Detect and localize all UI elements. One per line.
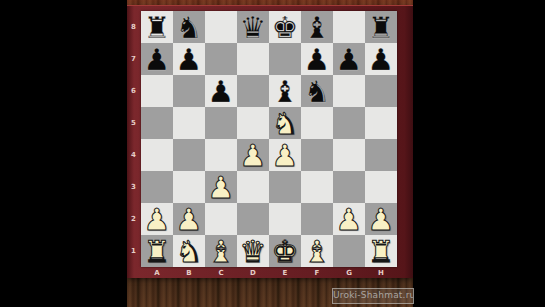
wood-background: ♜♞♛♚♝♜♟♟♟♟♟♟♝♞♞♟♟♟♟♟♟♟♜♞♝♛♚♝♜ 87654321 A… xyxy=(127,0,413,307)
black-queen: ♛ xyxy=(237,11,269,43)
square-g5[interactable] xyxy=(333,107,365,139)
square-b6[interactable] xyxy=(173,75,205,107)
black-knight: ♞ xyxy=(173,11,205,43)
square-b4[interactable] xyxy=(173,139,205,171)
square-d2[interactable] xyxy=(237,203,269,235)
square-b1[interactable]: ♞ xyxy=(173,235,205,267)
white-knight: ♞ xyxy=(269,107,301,139)
square-h7[interactable]: ♟ xyxy=(365,43,397,75)
video-frame: ♜♞♛♚♝♜♟♟♟♟♟♟♝♞♞♟♟♟♟♟♟♟♜♞♝♛♚♝♜ 87654321 A… xyxy=(0,0,545,307)
square-e3[interactable] xyxy=(269,171,301,203)
square-c8[interactable] xyxy=(205,11,237,43)
square-e4[interactable]: ♟ xyxy=(269,139,301,171)
black-pawn: ♟ xyxy=(365,43,397,75)
white-pawn: ♟ xyxy=(365,203,397,235)
black-knight: ♞ xyxy=(301,75,333,107)
square-b2[interactable]: ♟ xyxy=(173,203,205,235)
square-c4[interactable] xyxy=(205,139,237,171)
rank-label-7: 7 xyxy=(127,43,140,75)
letterbox-right xyxy=(413,0,545,307)
file-label-g: G xyxy=(333,268,365,278)
white-pawn: ♟ xyxy=(333,203,365,235)
white-rook: ♜ xyxy=(365,235,397,267)
white-pawn: ♟ xyxy=(141,203,173,235)
square-h8[interactable]: ♜ xyxy=(365,11,397,43)
square-c7[interactable] xyxy=(205,43,237,75)
square-b8[interactable]: ♞ xyxy=(173,11,205,43)
black-bishop: ♝ xyxy=(269,75,301,107)
file-label-f: F xyxy=(301,268,333,278)
square-h5[interactable] xyxy=(365,107,397,139)
square-a5[interactable] xyxy=(141,107,173,139)
square-b7[interactable]: ♟ xyxy=(173,43,205,75)
square-b3[interactable] xyxy=(173,171,205,203)
square-g3[interactable] xyxy=(333,171,365,203)
square-e7[interactable] xyxy=(269,43,301,75)
square-g2[interactable]: ♟ xyxy=(333,203,365,235)
square-g4[interactable] xyxy=(333,139,365,171)
square-h4[interactable] xyxy=(365,139,397,171)
file-label-d: D xyxy=(237,268,269,278)
black-pawn: ♟ xyxy=(301,43,333,75)
square-f4[interactable] xyxy=(301,139,333,171)
square-h2[interactable]: ♟ xyxy=(365,203,397,235)
square-a6[interactable] xyxy=(141,75,173,107)
white-king: ♚ xyxy=(269,235,301,267)
square-c2[interactable] xyxy=(205,203,237,235)
square-a1[interactable]: ♜ xyxy=(141,235,173,267)
black-pawn: ♟ xyxy=(205,75,237,107)
letterbox-left xyxy=(0,0,127,307)
square-a2[interactable]: ♟ xyxy=(141,203,173,235)
black-pawn: ♟ xyxy=(173,43,205,75)
square-h6[interactable] xyxy=(365,75,397,107)
watermark: Uroki-Shahmat.ru xyxy=(332,288,414,304)
rank-label-5: 5 xyxy=(127,107,140,139)
square-a4[interactable] xyxy=(141,139,173,171)
square-a3[interactable] xyxy=(141,171,173,203)
black-pawn: ♟ xyxy=(333,43,365,75)
square-c1[interactable]: ♝ xyxy=(205,235,237,267)
square-e5[interactable]: ♞ xyxy=(269,107,301,139)
square-b5[interactable] xyxy=(173,107,205,139)
black-pawn: ♟ xyxy=(141,43,173,75)
square-g1[interactable] xyxy=(333,235,365,267)
square-e1[interactable]: ♚ xyxy=(269,235,301,267)
file-label-a: A xyxy=(141,268,173,278)
square-d6[interactable] xyxy=(237,75,269,107)
square-a8[interactable]: ♜ xyxy=(141,11,173,43)
square-f5[interactable] xyxy=(301,107,333,139)
white-bishop: ♝ xyxy=(301,235,333,267)
file-label-c: C xyxy=(205,268,237,278)
black-rook: ♜ xyxy=(365,11,397,43)
square-f8[interactable]: ♝ xyxy=(301,11,333,43)
rank-label-2: 2 xyxy=(127,203,140,235)
square-g7[interactable]: ♟ xyxy=(333,43,365,75)
white-knight: ♞ xyxy=(173,235,205,267)
square-c6[interactable]: ♟ xyxy=(205,75,237,107)
rank-label-1: 1 xyxy=(127,235,140,267)
white-pawn: ♟ xyxy=(205,171,237,203)
black-rook: ♜ xyxy=(141,11,173,43)
square-d5[interactable] xyxy=(237,107,269,139)
rank-label-3: 3 xyxy=(127,171,140,203)
square-d4[interactable]: ♟ xyxy=(237,139,269,171)
file-label-h: H xyxy=(365,268,397,278)
square-a7[interactable]: ♟ xyxy=(141,43,173,75)
square-d1[interactable]: ♛ xyxy=(237,235,269,267)
rank-label-4: 4 xyxy=(127,139,140,171)
black-bishop: ♝ xyxy=(301,11,333,43)
square-e2[interactable] xyxy=(269,203,301,235)
white-queen: ♛ xyxy=(237,235,269,267)
square-f2[interactable] xyxy=(301,203,333,235)
square-c5[interactable] xyxy=(205,107,237,139)
square-e6[interactable]: ♝ xyxy=(269,75,301,107)
file-label-e: E xyxy=(269,268,301,278)
square-f3[interactable] xyxy=(301,171,333,203)
square-g8[interactable] xyxy=(333,11,365,43)
watermark-text: Uroki-Shahmat.ru xyxy=(333,290,414,300)
square-f1[interactable]: ♝ xyxy=(301,235,333,267)
square-h1[interactable]: ♜ xyxy=(365,235,397,267)
square-c3[interactable]: ♟ xyxy=(205,171,237,203)
white-pawn: ♟ xyxy=(269,139,301,171)
board-frame: ♜♞♛♚♝♜♟♟♟♟♟♟♝♞♞♟♟♟♟♟♟♟♜♞♝♛♚♝♜ 87654321 A… xyxy=(127,5,413,278)
white-rook: ♜ xyxy=(141,235,173,267)
white-bishop: ♝ xyxy=(205,235,237,267)
rank-label-8: 8 xyxy=(127,11,140,43)
board: ♜♞♛♚♝♜♟♟♟♟♟♟♝♞♞♟♟♟♟♟♟♟♜♞♝♛♚♝♜ xyxy=(141,11,397,267)
file-label-b: B xyxy=(173,268,205,278)
white-pawn: ♟ xyxy=(237,139,269,171)
square-g6[interactable] xyxy=(333,75,365,107)
square-d3[interactable] xyxy=(237,171,269,203)
square-d8[interactable]: ♛ xyxy=(237,11,269,43)
black-king: ♚ xyxy=(269,11,301,43)
white-pawn: ♟ xyxy=(173,203,205,235)
square-e8[interactable]: ♚ xyxy=(269,11,301,43)
square-d7[interactable] xyxy=(237,43,269,75)
square-h3[interactable] xyxy=(365,171,397,203)
rank-label-6: 6 xyxy=(127,75,140,107)
square-f7[interactable]: ♟ xyxy=(301,43,333,75)
square-f6[interactable]: ♞ xyxy=(301,75,333,107)
